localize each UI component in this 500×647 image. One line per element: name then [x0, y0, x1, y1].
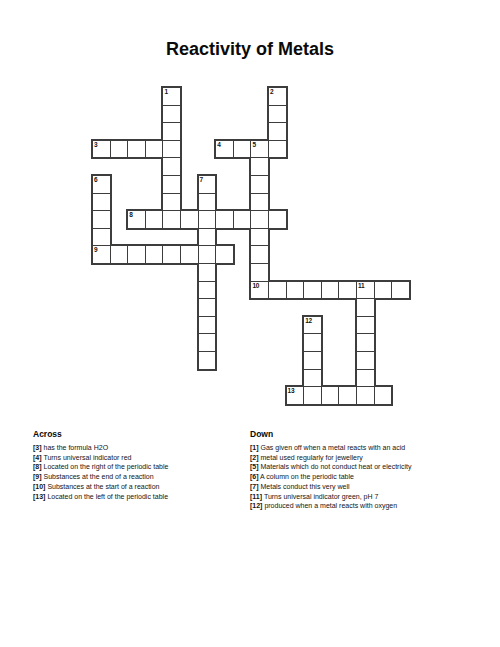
clue-text: Located on the right of the periodic tab…: [42, 463, 169, 470]
clue-number: [9]: [33, 473, 42, 480]
clue-text: Materials which do not conduct heat or e…: [259, 463, 412, 470]
clue-item: [7] Metals conduct this very well: [250, 482, 495, 492]
cell-number-10: 10: [252, 283, 259, 290]
clue-text: Metals conduct this very well: [259, 483, 350, 490]
clue-number: [2]: [250, 454, 259, 461]
grid-cell[interactable]: [127, 140, 146, 159]
clue-text: Substances at the start of a reaction: [45, 483, 159, 490]
grid-cell[interactable]: [198, 210, 217, 229]
grid-cell[interactable]: [162, 105, 181, 124]
clue-item: [8] Located on the right of the periodic…: [33, 462, 238, 472]
grid-cell[interactable]: [92, 228, 111, 247]
grid-cell[interactable]: [321, 386, 340, 405]
cell-number-11: 11: [358, 283, 364, 290]
grid-cell[interactable]: [215, 245, 234, 264]
clue-item: [6] A column on the periodic table: [250, 472, 495, 482]
clue-item: [2] metal used regularly for jewellery: [250, 453, 495, 463]
grid-cell[interactable]: [303, 281, 322, 300]
grid-cell[interactable]: [303, 369, 322, 388]
grid-cell[interactable]: [162, 140, 181, 159]
grid-cell[interactable]: [233, 210, 252, 229]
cell-number-5: 5: [252, 142, 255, 149]
clue-number: [3]: [33, 444, 42, 451]
grid-cell[interactable]: [198, 263, 217, 282]
clue-text: Turns universal indicator red: [42, 454, 132, 461]
across-header: Across: [33, 429, 238, 439]
down-header: Down: [250, 429, 495, 439]
grid-cell[interactable]: [110, 245, 129, 264]
down-clue-list: [1] Gas given off when a metal reacts wi…: [250, 443, 495, 511]
grid-cell[interactable]: [198, 316, 217, 335]
grid-cell[interactable]: [198, 333, 217, 352]
across-clues-section: Across [3] has the formula H2O[4] Turns …: [33, 429, 238, 501]
grid-cell[interactable]: [268, 210, 287, 229]
cell-number-13: 13: [288, 388, 295, 395]
cell-number-4: 4: [217, 142, 220, 149]
grid-cell[interactable]: [356, 351, 375, 370]
cell-number-12: 12: [305, 318, 312, 325]
clue-number: [10]: [33, 483, 45, 490]
grid-cell[interactable]: [145, 140, 164, 159]
clue-number: [1]: [250, 444, 259, 451]
clue-text: Turns universal indicator green, pH 7: [262, 493, 378, 500]
down-clues-section: Down [1] Gas given off when a metal reac…: [250, 429, 495, 511]
grid-cell[interactable]: [145, 210, 164, 229]
grid-cell[interactable]: [145, 245, 164, 264]
grid-cell[interactable]: [391, 281, 410, 300]
grid-cell[interactable]: [268, 281, 287, 300]
clue-item: [12] produced when a metal reacts with o…: [250, 501, 495, 511]
clue-item: [9] Substances at the end of a reaction: [33, 472, 238, 482]
across-clue-list: [3] has the formula H2O[4] Turns univers…: [33, 443, 238, 501]
grid-cell[interactable]: [233, 140, 252, 159]
worksheet-page: Reactivity of Metals 12345678910111213 A…: [0, 0, 500, 647]
grid-cell[interactable]: [356, 298, 375, 317]
grid-cell[interactable]: [198, 228, 217, 247]
grid-cell[interactable]: [127, 245, 146, 264]
grid-cell[interactable]: [356, 333, 375, 352]
grid-cell[interactable]: [162, 122, 181, 141]
cell-number-7: 7: [200, 177, 203, 184]
grid-cell[interactable]: [215, 210, 234, 229]
grid-cell[interactable]: [321, 281, 340, 300]
clue-item: [5] Materials which do not conduct heat …: [250, 462, 495, 472]
grid-cell[interactable]: [303, 333, 322, 352]
grid-cell[interactable]: [198, 298, 217, 317]
cell-number-2: 2: [270, 89, 273, 96]
clue-text: metal used regularly for jewellery: [259, 454, 363, 461]
grid-cell[interactable]: [110, 140, 129, 159]
grid-cell[interactable]: [92, 210, 111, 229]
cell-number-3: 3: [94, 142, 97, 149]
grid-cell[interactable]: [268, 140, 287, 159]
clue-text: has the formula H2O: [42, 444, 109, 451]
clue-item: [10] Substances at the start of a reacti…: [33, 482, 238, 492]
clue-number: [7]: [250, 483, 259, 490]
grid-cell[interactable]: [268, 122, 287, 141]
cell-number-1: 1: [164, 89, 167, 96]
grid-cell[interactable]: [198, 351, 217, 370]
grid-cell[interactable]: [268, 105, 287, 124]
grid-cell[interactable]: [250, 245, 269, 264]
clue-text: Substances at the end of a reaction: [42, 473, 154, 480]
page-title: Reactivity of Metals: [0, 38, 500, 60]
grid-cell[interactable]: [250, 175, 269, 194]
grid-cell[interactable]: [162, 210, 181, 229]
cell-number-6: 6: [94, 177, 97, 184]
grid-cell[interactable]: [250, 193, 269, 212]
grid-cell[interactable]: [356, 369, 375, 388]
grid-cell[interactable]: [356, 316, 375, 335]
grid-cell[interactable]: [92, 193, 111, 212]
clue-text: produced when a metal reacts with oxygen: [262, 502, 397, 509]
clue-number: [5]: [250, 463, 259, 470]
clue-number: [13]: [33, 493, 45, 500]
grid-cell[interactable]: [162, 157, 181, 176]
grid-cell[interactable]: [162, 193, 181, 212]
clue-item: [11] Turns universal indicator green, pH…: [250, 492, 495, 502]
grid-cell[interactable]: [180, 210, 199, 229]
grid-cell[interactable]: [180, 245, 199, 264]
grid-cell[interactable]: [198, 281, 217, 300]
clue-item: [4] Turns universal indicator red: [33, 453, 238, 463]
grid-cell[interactable]: [303, 386, 322, 405]
clue-number: [11]: [250, 493, 262, 500]
grid-cell[interactable]: [356, 386, 375, 405]
clue-item: [3] has the formula H2O: [33, 443, 238, 453]
clue-text: A column on the periodic table: [259, 473, 354, 480]
grid-cell[interactable]: [338, 281, 357, 300]
grid-cell[interactable]: [250, 210, 269, 229]
grid-cell[interactable]: [250, 228, 269, 247]
grid-cell[interactable]: [286, 281, 305, 300]
clue-item: [1] Gas given off when a metal reacts wi…: [250, 443, 495, 453]
grid-cell[interactable]: [198, 245, 217, 264]
grid-cell[interactable]: [338, 386, 357, 405]
clue-number: [4]: [33, 454, 42, 461]
clue-number: [12]: [250, 502, 262, 509]
grid-cell[interactable]: [250, 263, 269, 282]
grid-cell[interactable]: [374, 281, 393, 300]
grid-cell[interactable]: [250, 157, 269, 176]
clue-text: Gas given off when a metal reacts with a…: [259, 444, 406, 451]
clue-number: [8]: [33, 463, 42, 470]
grid-cell[interactable]: [303, 351, 322, 370]
clue-number: [6]: [250, 473, 259, 480]
grid-cell[interactable]: [162, 245, 181, 264]
grid-cell[interactable]: [162, 175, 181, 194]
cell-number-9: 9: [94, 247, 97, 254]
clue-text: Located on the left of the periodic tabl…: [45, 493, 168, 500]
grid-cell[interactable]: [198, 193, 217, 212]
grid-cell[interactable]: [374, 386, 393, 405]
cell-number-8: 8: [129, 212, 132, 219]
clue-item: [13] Located on the left of the periodic…: [33, 492, 238, 502]
